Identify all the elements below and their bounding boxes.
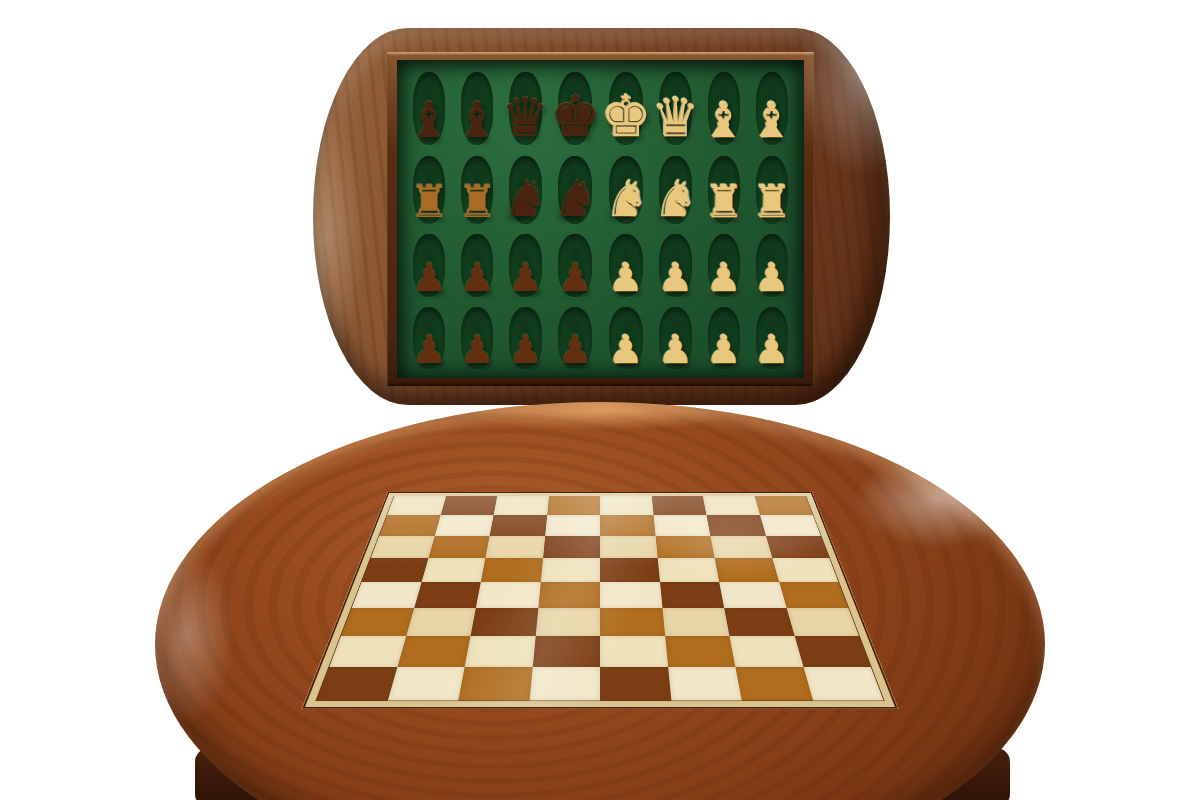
board-square-light <box>535 608 600 636</box>
board-square-dark <box>600 667 671 701</box>
tray-slot-light-pawn: ♟ <box>700 227 748 300</box>
board-square-light <box>387 496 446 515</box>
board-square-dark <box>414 582 481 608</box>
tray-slot-light-pawn: ♟ <box>748 300 796 372</box>
board-square-light <box>803 667 883 701</box>
tray-slot-dark-bishop: ♝ <box>453 64 501 148</box>
felt-tray: ♝♝♛♚♚♛♝♝♜♜♞♞♞♞♜♜♟♟♟♟♟♟♟♟♟♟♟♟♟♟♟♟ <box>397 60 804 378</box>
board-square-dark <box>490 515 547 536</box>
dark-bishop-piece: ♝ <box>455 96 499 145</box>
tray-slot-light-pawn: ♟ <box>601 227 652 300</box>
tray-slot-dark-bishop: ♝ <box>405 64 453 148</box>
board-square-dark <box>538 582 600 608</box>
tray-slot-light-rook: ♜ <box>700 148 748 227</box>
board-square-dark <box>341 608 414 636</box>
dark-pawn-piece: ♟ <box>459 330 494 369</box>
dark-queen-piece: ♛ <box>501 91 549 145</box>
board-square-dark <box>547 496 600 515</box>
tray-slot-light-bishop: ♝ <box>700 64 748 148</box>
dark-pawn-piece: ♟ <box>508 258 543 297</box>
light-bishop-piece: ♝ <box>702 96 746 145</box>
tray-slot-dark-pawn: ♟ <box>501 300 549 372</box>
tray-slot-light-knight: ♞ <box>652 148 700 227</box>
dark-pawn-piece: ♟ <box>508 330 543 369</box>
board-square-light <box>710 536 772 558</box>
board-square-dark <box>600 515 655 536</box>
board-square-light <box>703 496 760 515</box>
light-queen-piece: ♛ <box>652 91 700 145</box>
board-square-dark <box>600 558 660 582</box>
dark-rook-piece: ♜ <box>409 179 449 224</box>
light-king-piece: ♚ <box>601 88 652 145</box>
dark-pawn-piece: ♟ <box>557 258 592 297</box>
board-square-light <box>352 582 421 608</box>
board-square-dark <box>362 558 428 582</box>
tray-slot-light-pawn: ♟ <box>748 227 796 300</box>
board-square-light <box>406 608 476 636</box>
tray-slot-light-rook: ♜ <box>748 148 796 227</box>
board-square-dark <box>397 636 471 667</box>
board-square-light <box>653 515 710 536</box>
light-pawn-piece: ♟ <box>707 258 742 297</box>
dark-knight-piece: ♞ <box>503 174 548 224</box>
tray-frame: ♝♝♛♚♚♛♝♝♜♜♞♞♞♞♜♜♟♟♟♟♟♟♟♟♟♟♟♟♟♟♟♟ <box>387 52 814 386</box>
board-square-dark <box>316 667 396 701</box>
board-square-dark <box>715 558 779 582</box>
storage-box-lid: ♝♝♛♚♚♛♝♝♜♜♞♞♞♞♜♜♟♟♟♟♟♟♟♟♟♟♟♟♟♟♟♟ <box>313 28 890 405</box>
chess-board <box>305 493 895 707</box>
board-square-light <box>421 558 485 582</box>
light-bishop-piece: ♝ <box>750 96 794 145</box>
tray-slot-light-pawn: ♟ <box>700 300 748 372</box>
tray-slot-dark-pawn: ♟ <box>549 227 600 300</box>
board-square-dark <box>779 582 848 608</box>
tray-slot-light-pawn: ♟ <box>601 300 652 372</box>
tray-slot-light-pawn: ♟ <box>652 227 700 300</box>
tray-slot-dark-queen: ♛ <box>501 64 549 148</box>
board-square-light <box>729 636 803 667</box>
light-rook-piece: ♜ <box>752 179 792 224</box>
board-square-light <box>786 608 859 636</box>
board-square-dark <box>481 558 543 582</box>
board-square-dark <box>706 515 765 536</box>
board-square-light <box>485 536 544 558</box>
tray-slot-dark-knight: ♞ <box>549 148 600 227</box>
board-square-light <box>545 515 600 536</box>
board-square-light <box>529 667 600 701</box>
board-square-dark <box>754 496 813 515</box>
round-table-top <box>155 402 1045 800</box>
dark-pawn-piece: ♟ <box>412 258 447 297</box>
light-rook-piece: ♜ <box>704 179 744 224</box>
board-square-dark <box>724 608 794 636</box>
tray-slot-dark-king: ♚ <box>549 64 600 148</box>
tray-slot-dark-pawn: ♟ <box>549 300 600 372</box>
dark-pawn-piece: ♟ <box>557 330 592 369</box>
board-square-dark <box>735 667 812 701</box>
tray-slot-light-bishop: ♝ <box>748 64 796 148</box>
light-pawn-piece: ♟ <box>609 258 644 297</box>
tray-slot-light-knight: ♞ <box>601 148 652 227</box>
board-square-dark <box>665 636 736 667</box>
board-square-dark <box>766 536 830 558</box>
dark-bishop-piece: ♝ <box>407 96 451 145</box>
board-square-dark <box>532 636 600 667</box>
light-pawn-piece: ♟ <box>707 330 742 369</box>
board-square-light <box>600 636 668 667</box>
light-pawn-piece: ♟ <box>755 258 790 297</box>
light-pawn-piece: ♟ <box>658 330 693 369</box>
board-square-light <box>600 496 653 515</box>
dark-pawn-piece: ♟ <box>459 258 494 297</box>
tray-slot-dark-pawn: ♟ <box>453 300 501 372</box>
board-square-light <box>600 582 662 608</box>
board-square-light <box>329 636 405 667</box>
light-knight-piece: ♞ <box>653 174 698 224</box>
board-square-dark <box>379 515 440 536</box>
light-pawn-piece: ♟ <box>658 258 693 297</box>
board-square-light <box>772 558 838 582</box>
board-square-dark <box>600 608 665 636</box>
board-square-light <box>476 582 541 608</box>
tray-slot-dark-rook: ♜ <box>405 148 453 227</box>
board-square-light <box>494 496 549 515</box>
board-square-dark <box>651 496 706 515</box>
board-square-light <box>600 536 657 558</box>
light-pawn-piece: ♟ <box>755 330 790 369</box>
board-square-light <box>540 558 600 582</box>
dark-pawn-piece: ♟ <box>412 330 447 369</box>
board-square-dark <box>543 536 600 558</box>
dark-knight-piece: ♞ <box>553 174 598 224</box>
board-square-dark <box>471 608 538 636</box>
tray-slot-dark-pawn: ♟ <box>453 227 501 300</box>
board-square-light <box>760 515 821 536</box>
tray-slot-dark-pawn: ♟ <box>405 300 453 372</box>
board-square-light <box>662 608 729 636</box>
tray-slot-light-pawn: ♟ <box>652 300 700 372</box>
tray-slot-dark-pawn: ♟ <box>405 227 453 300</box>
dark-rook-piece: ♜ <box>457 179 497 224</box>
chess-set-photo: ♝♝♛♚♚♛♝♝♜♜♞♞♞♞♜♜♟♟♟♟♟♟♟♟♟♟♟♟♟♟♟♟ <box>0 0 1200 800</box>
tray-slot-light-queen: ♛ <box>652 64 700 148</box>
board-square-light <box>387 667 464 701</box>
dark-king-piece: ♚ <box>549 88 600 145</box>
board-square-light <box>657 558 719 582</box>
board-square-light <box>371 536 435 558</box>
tray-slot-dark-rook: ♜ <box>453 148 501 227</box>
board-square-dark <box>660 582 725 608</box>
board-square-light <box>719 582 786 608</box>
board-square-dark <box>655 536 714 558</box>
board-square-light <box>668 667 742 701</box>
board-square-dark <box>794 636 870 667</box>
tray-slot-dark-knight: ♞ <box>501 148 549 227</box>
board-square-dark <box>458 667 532 701</box>
board-square-dark <box>440 496 497 515</box>
light-knight-piece: ♞ <box>604 174 649 224</box>
tray-slot-dark-pawn: ♟ <box>501 227 549 300</box>
board-grid <box>316 496 883 700</box>
tray-slot-light-king: ♚ <box>601 64 652 148</box>
light-pawn-piece: ♟ <box>609 330 644 369</box>
board-square-light <box>465 636 536 667</box>
board-square-dark <box>428 536 490 558</box>
board-square-light <box>434 515 493 536</box>
